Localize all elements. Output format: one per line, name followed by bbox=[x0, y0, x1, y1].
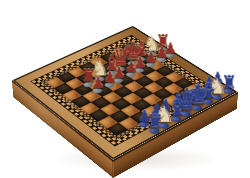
chessboard-box: ♜♞♝♛♚♝♞♜♟♟♟♟♟♟♟♟♟♟♟♟♟♟♟♟♜♞♝♛♚♝♞♜ bbox=[12, 26, 237, 160]
rook-glyph: ♜ bbox=[139, 112, 171, 131]
pawn-glyph: ♟ bbox=[83, 76, 113, 91]
scene: ♜♞♝♛♚♝♞♜♟♟♟♟♟♟♟♟♟♟♟♟♟♟♟♟♜♞♝♛♚♝♞♜ bbox=[0, 0, 250, 178]
photo-stage: ♜♞♝♛♚♝♞♜♟♟♟♟♟♟♟♟♟♟♟♟♟♟♟♟♜♞♝♛♚♝♞♜ bbox=[0, 0, 250, 178]
